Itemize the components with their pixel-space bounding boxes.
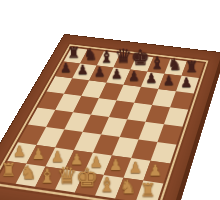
- black-pawn[interactable]: ♟: [180, 77, 192, 90]
- white-pawn[interactable]: ♟: [31, 148, 44, 162]
- black-pawn[interactable]: ♟: [59, 62, 71, 74]
- white-rook[interactable]: ♜: [0, 162, 16, 179]
- chess-set-photo: ♜♞♝♛♚♝♞♜♟♟♟♟♟♟♟♟♟♟♟♟♟♟♟♟♜♞♝♛♚♝♞♜: [0, 0, 220, 200]
- black-knight[interactable]: ♞: [83, 47, 97, 62]
- white-queen[interactable]: ♛: [56, 165, 77, 187]
- black-pawn[interactable]: ♟: [76, 64, 88, 77]
- black-pawn[interactable]: ♟: [162, 75, 174, 88]
- white-bishop[interactable]: ♝: [98, 174, 116, 193]
- white-king[interactable]: ♚: [75, 166, 98, 190]
- black-pawn[interactable]: ♟: [127, 70, 139, 83]
- white-knight[interactable]: ♞: [118, 178, 135, 196]
- chess-board: ♜♞♝♛♚♝♞♜♟♟♟♟♟♟♟♟♟♟♟♟♟♟♟♟♜♞♝♛♚♝♞♜: [0, 47, 204, 200]
- black-pawn[interactable]: ♟: [110, 68, 122, 81]
- square-h6[interactable]: [170, 91, 194, 109]
- black-knight[interactable]: ♞: [167, 57, 181, 72]
- white-pawn[interactable]: ♟: [128, 161, 142, 175]
- black-pawn[interactable]: ♟: [145, 72, 157, 85]
- black-king[interactable]: ♚: [130, 48, 149, 68]
- black-rook[interactable]: ♜: [184, 60, 197, 74]
- black-bishop[interactable]: ♝: [149, 54, 164, 70]
- white-rook[interactable]: ♜: [139, 182, 155, 199]
- white-knight[interactable]: ♞: [19, 164, 36, 182]
- square-g4[interactable]: [139, 122, 164, 142]
- white-pawn[interactable]: ♟: [148, 164, 162, 179]
- white-pawn[interactable]: ♟: [108, 158, 122, 172]
- black-rook[interactable]: ♜: [67, 46, 80, 60]
- perspective-stage: ♜♞♝♛♚♝♞♜♟♟♟♟♟♟♟♟♟♟♟♟♟♟♟♟♜♞♝♛♚♝♞♜: [0, 0, 220, 200]
- square-h5[interactable]: [164, 107, 188, 126]
- white-pawn[interactable]: ♟: [12, 145, 25, 159]
- square-h3[interactable]: [151, 142, 177, 163]
- folding-chess-case: ♜♞♝♛♚♝♞♜♟♟♟♟♟♟♟♟♟♟♟♟♟♟♟♟♜♞♝♛♚♝♞♜: [0, 34, 220, 200]
- square-h1[interactable]: ♜: [136, 181, 164, 200]
- black-bishop[interactable]: ♝: [99, 48, 114, 64]
- black-pawn[interactable]: ♟: [93, 66, 105, 79]
- black-queen[interactable]: ♛: [114, 48, 131, 66]
- white-bishop[interactable]: ♝: [38, 166, 56, 185]
